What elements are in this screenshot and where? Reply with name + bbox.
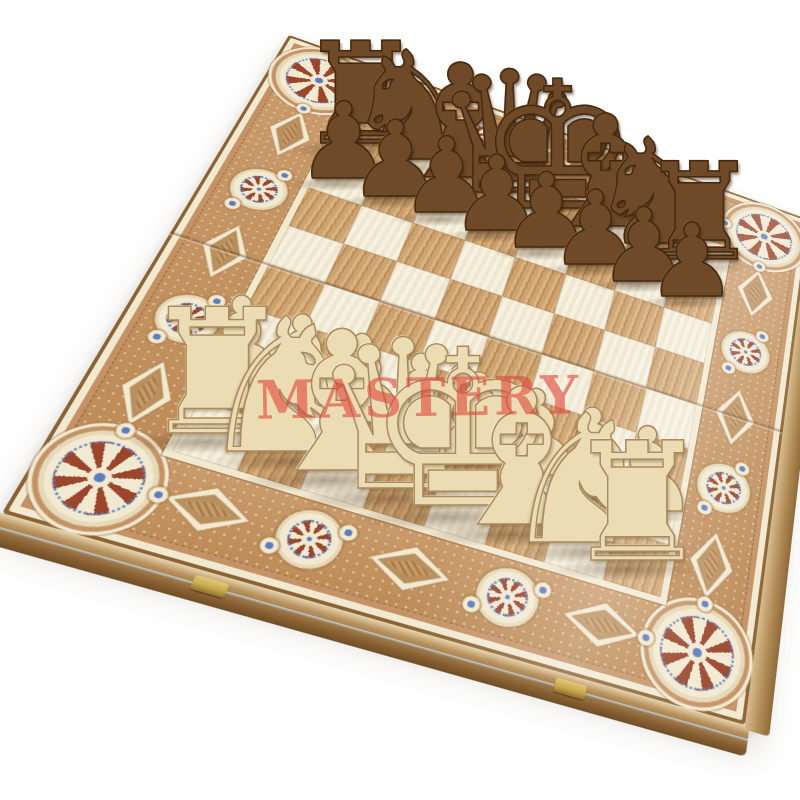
diamond-ornament <box>104 355 187 432</box>
diamond-ornament <box>155 476 258 543</box>
diamond-ornament <box>685 527 738 605</box>
watermark: MASTERY <box>255 363 582 431</box>
hinge <box>553 677 587 700</box>
dot-ornament <box>493 128 509 141</box>
rosette-ornament <box>271 507 347 573</box>
rosette-ornament <box>597 165 645 208</box>
chess-set-photo: ♜♞♝♛♚♝♞♜♟♟♟♟♟♟♟♟♟♟♟♟♟♟♟♟♜♞♝♛♚♝♞♜ MASTERY <box>0 0 800 800</box>
rosette-ornament <box>447 113 500 156</box>
rosette-ornament <box>727 201 800 274</box>
rosette-ornament <box>646 599 746 709</box>
dot-ornament <box>257 535 281 555</box>
dot-ornament <box>640 179 654 192</box>
dot-ornament <box>337 523 359 543</box>
dot-ornament <box>533 580 553 600</box>
diamond-ornament <box>362 536 455 602</box>
diamond-ornament <box>734 265 776 323</box>
diamond-ornament <box>258 106 321 162</box>
hinge <box>189 575 229 598</box>
rosette-ornament <box>473 565 540 630</box>
rosette-ornament <box>24 423 170 535</box>
diamond-ornament <box>559 592 643 657</box>
